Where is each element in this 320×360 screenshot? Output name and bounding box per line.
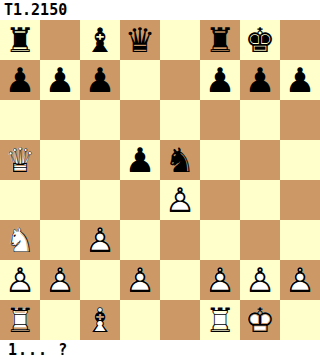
square-g4[interactable] (240, 180, 280, 220)
square-d1[interactable] (120, 300, 160, 340)
white-king[interactable]: ♚♔ (240, 300, 280, 340)
piece-outline-layer: ♖ (0, 300, 40, 340)
square-a1[interactable]: ♜♖ (0, 300, 40, 340)
puzzle-window: T1.2150 ♜♝♛♜♚♟♟♟♟♟♟♛♕♟♞♟♙♞♘♟♙♟♙♟♙♟♙♟♙♟♙♟… (0, 0, 320, 360)
square-g5[interactable] (240, 140, 280, 180)
square-h8[interactable] (280, 20, 320, 60)
puzzle-id: T1.2150 (0, 0, 320, 20)
square-h7[interactable]: ♟ (280, 60, 320, 100)
square-g8[interactable]: ♚ (240, 20, 280, 60)
square-g7[interactable]: ♟ (240, 60, 280, 100)
square-e7[interactable] (160, 60, 200, 100)
white-pawn[interactable]: ♟♙ (240, 260, 280, 300)
white-bishop[interactable]: ♝♗ (80, 300, 120, 340)
square-d7[interactable] (120, 60, 160, 100)
piece-outline-layer: ♕ (0, 140, 40, 180)
square-g1[interactable]: ♚♔ (240, 300, 280, 340)
square-d4[interactable] (120, 180, 160, 220)
piece-outline-layer: ♖ (200, 300, 240, 340)
piece-outline-layer: ♙ (160, 180, 200, 220)
piece-outline-layer: ♙ (80, 220, 120, 260)
square-f2[interactable]: ♟♙ (200, 260, 240, 300)
square-e3[interactable] (160, 220, 200, 260)
square-d5[interactable]: ♟ (120, 140, 160, 180)
white-queen[interactable]: ♛♕ (0, 140, 40, 180)
piece-outline-layer: ♙ (40, 260, 80, 300)
piece-outline-layer: ♙ (120, 260, 160, 300)
square-g6[interactable] (240, 100, 280, 140)
square-c1[interactable]: ♝♗ (80, 300, 120, 340)
white-pawn[interactable]: ♟♙ (160, 180, 200, 220)
square-g3[interactable] (240, 220, 280, 260)
white-rook[interactable]: ♜♖ (0, 300, 40, 340)
piece-outline-layer: ♙ (0, 260, 40, 300)
square-a3[interactable]: ♞♘ (0, 220, 40, 260)
square-e5[interactable]: ♞ (160, 140, 200, 180)
square-a2[interactable]: ♟♙ (0, 260, 40, 300)
square-c5[interactable] (80, 140, 120, 180)
white-knight[interactable]: ♞♘ (0, 220, 40, 260)
white-pawn[interactable]: ♟♙ (80, 220, 120, 260)
black-pawn[interactable]: ♟ (80, 60, 120, 100)
square-b7[interactable]: ♟ (40, 60, 80, 100)
white-pawn[interactable]: ♟♙ (120, 260, 160, 300)
square-e2[interactable] (160, 260, 200, 300)
piece-outline-layer: ♙ (200, 260, 240, 300)
square-f6[interactable] (200, 100, 240, 140)
square-a7[interactable]: ♟ (0, 60, 40, 100)
square-f3[interactable] (200, 220, 240, 260)
square-b5[interactable] (40, 140, 80, 180)
square-b3[interactable] (40, 220, 80, 260)
square-h5[interactable] (280, 140, 320, 180)
square-h1[interactable] (280, 300, 320, 340)
black-bishop[interactable]: ♝ (80, 20, 120, 60)
square-e1[interactable] (160, 300, 200, 340)
black-knight[interactable]: ♞ (160, 140, 200, 180)
square-d2[interactable]: ♟♙ (120, 260, 160, 300)
square-e6[interactable] (160, 100, 200, 140)
black-pawn[interactable]: ♟ (120, 140, 160, 180)
square-h4[interactable] (280, 180, 320, 220)
square-c8[interactable]: ♝ (80, 20, 120, 60)
white-pawn[interactable]: ♟♙ (280, 260, 320, 300)
piece-outline-layer: ♗ (80, 300, 120, 340)
square-h3[interactable] (280, 220, 320, 260)
black-queen[interactable]: ♛ (120, 20, 160, 60)
square-d8[interactable]: ♛ (120, 20, 160, 60)
white-pawn[interactable]: ♟♙ (200, 260, 240, 300)
square-f8[interactable]: ♜ (200, 20, 240, 60)
square-e4[interactable]: ♟♙ (160, 180, 200, 220)
square-f7[interactable]: ♟ (200, 60, 240, 100)
square-c6[interactable] (80, 100, 120, 140)
square-c2[interactable] (80, 260, 120, 300)
square-f4[interactable] (200, 180, 240, 220)
square-b6[interactable] (40, 100, 80, 140)
square-a8[interactable]: ♜ (0, 20, 40, 60)
black-pawn[interactable]: ♟ (280, 60, 320, 100)
square-a4[interactable] (0, 180, 40, 220)
square-a6[interactable] (0, 100, 40, 140)
black-rook[interactable]: ♜ (0, 20, 40, 60)
square-c7[interactable]: ♟ (80, 60, 120, 100)
square-f5[interactable] (200, 140, 240, 180)
square-e8[interactable] (160, 20, 200, 60)
square-c3[interactable]: ♟♙ (80, 220, 120, 260)
black-pawn[interactable]: ♟ (200, 60, 240, 100)
square-b1[interactable] (40, 300, 80, 340)
piece-outline-layer: ♙ (240, 260, 280, 300)
white-rook[interactable]: ♜♖ (200, 300, 240, 340)
square-f1[interactable]: ♜♖ (200, 300, 240, 340)
square-a5[interactable]: ♛♕ (0, 140, 40, 180)
piece-outline-layer: ♙ (280, 260, 320, 300)
square-d6[interactable] (120, 100, 160, 140)
square-d3[interactable] (120, 220, 160, 260)
chess-board: ♜♝♛♜♚♟♟♟♟♟♟♛♕♟♞♟♙♞♘♟♙♟♙♟♙♟♙♟♙♟♙♟♙♜♖♝♗♜♖♚… (0, 20, 320, 340)
black-rook[interactable]: ♜ (200, 20, 240, 60)
square-g2[interactable]: ♟♙ (240, 260, 280, 300)
square-h2[interactable]: ♟♙ (280, 260, 320, 300)
black-pawn[interactable]: ♟ (240, 60, 280, 100)
piece-outline-layer: ♘ (0, 220, 40, 260)
square-h6[interactable] (280, 100, 320, 140)
black-pawn[interactable]: ♟ (40, 60, 80, 100)
white-pawn[interactable]: ♟♙ (0, 260, 40, 300)
square-c4[interactable] (80, 180, 120, 220)
square-b8[interactable] (40, 20, 80, 60)
black-king[interactable]: ♚ (240, 20, 280, 60)
move-prompt: 1... ? (0, 340, 320, 360)
black-pawn[interactable]: ♟ (0, 60, 40, 100)
piece-outline-layer: ♔ (240, 300, 280, 340)
square-b4[interactable] (40, 180, 80, 220)
white-pawn[interactable]: ♟♙ (40, 260, 80, 300)
square-b2[interactable]: ♟♙ (40, 260, 80, 300)
